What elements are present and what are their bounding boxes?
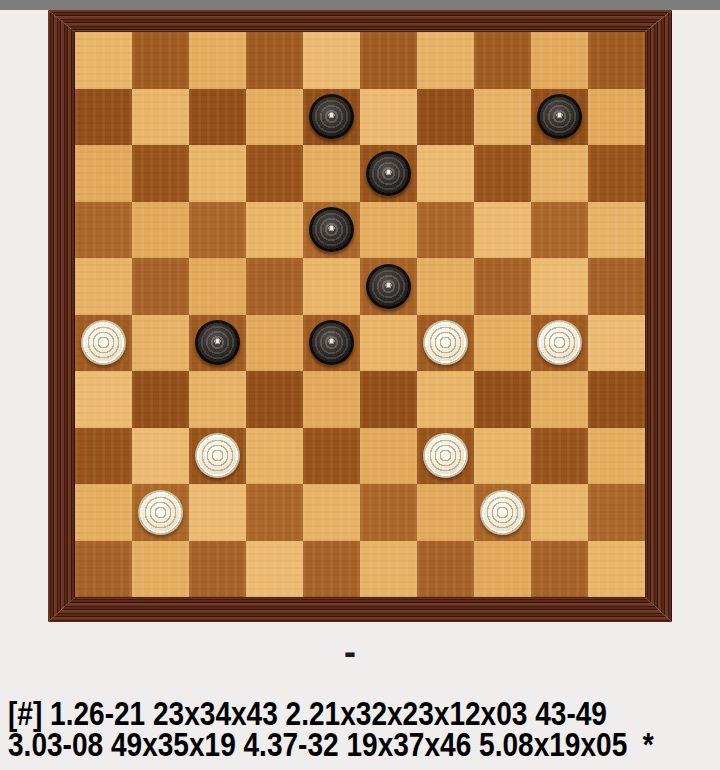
light-square [132,202,189,259]
light-square [189,371,246,428]
square-39[interactable] [417,428,474,485]
black-man-square-27[interactable] [195,320,240,365]
light-square [75,145,132,202]
square-21[interactable] [132,258,189,315]
square-32[interactable] [246,371,303,428]
move-indicator: - [0,634,700,670]
light-square [189,32,246,89]
square-35[interactable] [588,371,645,428]
square-22[interactable] [246,258,303,315]
light-square [303,32,360,89]
light-square [588,315,645,372]
light-square [246,202,303,259]
board-frame-top [48,10,672,32]
light-square [588,202,645,259]
light-square [474,541,531,598]
square-18[interactable] [303,202,360,259]
light-square [189,145,246,202]
square-37[interactable] [189,428,246,485]
square-44[interactable] [474,484,531,541]
light-square [303,258,360,315]
white-man-square-39[interactable] [423,433,468,478]
light-square [474,315,531,372]
light-square [132,89,189,146]
square-14[interactable] [474,145,531,202]
light-square [417,484,474,541]
square-46[interactable] [75,541,132,598]
square-17[interactable] [189,202,246,259]
status-bar [0,0,720,10]
move-line-2: 3.03-08 49x35x19 4.37-32 19x37x46 5.08x1… [8,729,613,760]
square-6[interactable] [75,89,132,146]
square-30[interactable] [531,315,588,372]
white-man-square-30[interactable] [537,320,582,365]
draughts-board[interactable] [48,10,672,622]
board-frame-bottom [48,597,672,622]
light-square [360,89,417,146]
square-28[interactable] [303,315,360,372]
white-man-square-41[interactable] [138,490,183,535]
light-square [303,484,360,541]
square-4[interactable] [474,32,531,89]
light-square [75,32,132,89]
square-12[interactable] [246,145,303,202]
light-square [531,258,588,315]
light-square [531,32,588,89]
light-square [531,484,588,541]
square-45[interactable] [588,484,645,541]
square-48[interactable] [303,541,360,598]
white-man-square-29[interactable] [423,320,468,365]
square-8[interactable] [303,89,360,146]
light-square [531,371,588,428]
light-square [132,541,189,598]
light-square [246,541,303,598]
light-square [132,315,189,372]
black-man-square-18[interactable] [309,207,354,252]
square-10[interactable] [531,89,588,146]
square-43[interactable] [360,484,417,541]
square-16[interactable] [75,202,132,259]
light-square [474,428,531,485]
light-square [474,202,531,259]
black-man-square-23[interactable] [366,264,411,309]
square-47[interactable] [189,541,246,598]
light-square [303,371,360,428]
black-man-square-13[interactable] [366,151,411,196]
light-square [132,428,189,485]
square-20[interactable] [531,202,588,259]
square-19[interactable] [417,202,474,259]
square-41[interactable] [132,484,189,541]
square-27[interactable] [189,315,246,372]
light-square [360,202,417,259]
white-man-square-37[interactable] [195,433,240,478]
light-square [360,541,417,598]
light-square [246,428,303,485]
light-square [588,428,645,485]
square-2[interactable] [246,32,303,89]
light-square [417,145,474,202]
square-38[interactable] [303,428,360,485]
square-25[interactable] [588,258,645,315]
square-7[interactable] [189,89,246,146]
square-40[interactable] [531,428,588,485]
square-34[interactable] [474,371,531,428]
light-square [303,145,360,202]
light-square [474,89,531,146]
board-frame-left [48,10,75,622]
light-square [588,541,645,598]
square-3[interactable] [360,32,417,89]
light-square [417,258,474,315]
square-5[interactable] [588,32,645,89]
square-29[interactable] [417,315,474,372]
light-square [417,32,474,89]
light-square [588,89,645,146]
light-square [189,484,246,541]
square-26[interactable] [75,315,132,372]
square-15[interactable] [588,145,645,202]
move-line-1: [#] 1.26-21 23x34x43 2.21x32x23x12x03 43… [8,698,613,729]
light-square [531,145,588,202]
white-man-square-44[interactable] [480,490,525,535]
square-49[interactable] [417,541,474,598]
black-man-square-8[interactable] [309,94,354,139]
light-square [189,258,246,315]
square-36[interactable] [75,428,132,485]
light-square [75,371,132,428]
board-squares [75,32,645,597]
square-24[interactable] [474,258,531,315]
square-13[interactable] [360,145,417,202]
square-42[interactable] [246,484,303,541]
move-notation: [#] 1.26-21 23x34x43 2.21x32x23x12x03 43… [8,698,720,760]
square-31[interactable] [132,371,189,428]
square-1[interactable] [132,32,189,89]
board-frame-right [645,10,672,622]
square-9[interactable] [417,89,474,146]
square-33[interactable] [360,371,417,428]
square-11[interactable] [132,145,189,202]
light-square [246,89,303,146]
black-man-square-28[interactable] [309,320,354,365]
square-50[interactable] [531,541,588,598]
light-square [75,258,132,315]
white-man-square-26[interactable] [81,320,126,365]
light-square [75,484,132,541]
light-square [360,428,417,485]
light-square [417,371,474,428]
light-square [360,315,417,372]
black-man-square-10[interactable] [537,94,582,139]
light-square [246,315,303,372]
square-23[interactable] [360,258,417,315]
